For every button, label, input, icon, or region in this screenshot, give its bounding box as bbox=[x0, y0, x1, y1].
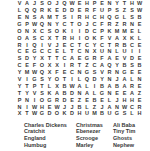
grid-cell-r15c12[interactable]: E bbox=[98, 97, 106, 104]
word-list-item: Tiny Tim bbox=[113, 128, 135, 135]
grid-cell-r6c5[interactable]: X bbox=[46, 35, 54, 42]
grid-cell-r14c2[interactable]: Y bbox=[23, 90, 31, 97]
grid-cell-r14c1[interactable]: T bbox=[16, 90, 24, 97]
grid-cell-r5c6[interactable]: O bbox=[53, 28, 61, 35]
grid-cell-r14c15[interactable]: E bbox=[121, 90, 129, 97]
grid-cell-r17c4[interactable]: G bbox=[38, 111, 46, 118]
grid-cell-r15c6[interactable]: R bbox=[53, 97, 61, 104]
grid-cell-r15c10[interactable]: E bbox=[83, 97, 91, 104]
word-list-item: Clerk bbox=[76, 149, 103, 150]
grid-cell-r6c15[interactable]: X bbox=[121, 35, 129, 42]
grid-cell-r5c4[interactable]: C bbox=[38, 28, 46, 35]
grid-cell-r14c10[interactable]: A bbox=[83, 90, 91, 97]
grid-cell-r14c5[interactable]: K bbox=[46, 90, 54, 97]
grid-cell-r15c3[interactable]: I bbox=[31, 97, 39, 104]
grid-cell-r6c12[interactable]: F bbox=[98, 35, 106, 42]
grid-cell-r6c4[interactable]: C bbox=[38, 35, 46, 42]
grid-cell-r15c13[interactable]: L bbox=[106, 97, 114, 104]
grid-cell-r6c6[interactable]: T bbox=[53, 35, 61, 42]
grid-cell-r6c1[interactable]: O bbox=[16, 35, 24, 42]
grid-cell-r14c12[interactable]: G bbox=[98, 90, 106, 97]
grid-cell-r6c10[interactable]: O bbox=[83, 35, 91, 42]
grid-cell-r17c10[interactable]: U bbox=[83, 111, 91, 118]
grid-cell-r17c15[interactable]: S bbox=[121, 111, 129, 118]
word-search-grid: VAJSOJQWEHPENYTHWLQQRKEDDERFUPSZSWENSAMT… bbox=[16, 1, 144, 118]
grid-cell-r5c11[interactable]: C bbox=[91, 28, 99, 35]
word-list-item: Nephew bbox=[113, 142, 135, 149]
word-list-item: Fred bbox=[113, 149, 135, 150]
word-list-item: Ebenezer bbox=[76, 128, 103, 135]
grid-cell-r5c2[interactable]: N bbox=[23, 28, 31, 35]
grid-cell-r5c5[interactable]: S bbox=[46, 28, 54, 35]
grid-cell-r5c10[interactable]: D bbox=[83, 28, 91, 35]
grid-cell-r14c14[interactable]: E bbox=[113, 90, 121, 97]
word-list-item: England bbox=[24, 135, 67, 142]
grid-cell-r14c9[interactable]: N bbox=[76, 90, 84, 97]
grid-cell-r6c16[interactable]: K bbox=[128, 35, 136, 42]
grid-cell-r6c17[interactable]: L bbox=[136, 35, 144, 42]
grid-cell-r14c16[interactable]: A bbox=[128, 90, 136, 97]
grid-cell-r5c17[interactable]: L bbox=[136, 28, 144, 35]
grid-cell-r17c8[interactable]: D bbox=[68, 111, 76, 118]
grid-cell-r14c17[interactable]: Z bbox=[136, 90, 144, 97]
grid-cell-r15c5[interactable]: G bbox=[46, 97, 54, 104]
grid-cell-r5c9[interactable]: I bbox=[76, 28, 84, 35]
grid-cell-r5c3[interactable]: X bbox=[31, 28, 39, 35]
word-list-item: Christmas bbox=[76, 122, 103, 129]
grid-cell-r14c3[interactable]: V bbox=[31, 90, 39, 97]
grid-cell-r15c8[interactable]: E bbox=[68, 97, 76, 104]
grid-cell-r6c14[interactable]: A bbox=[113, 35, 121, 42]
grid-cell-r14c7[interactable]: B bbox=[61, 90, 69, 97]
grid-cell-r17c13[interactable]: U bbox=[106, 111, 114, 118]
grid-cell-r15c4[interactable]: O bbox=[38, 97, 46, 104]
word-search-page: { "game": "word-search", "theme": "A Chr… bbox=[0, 0, 150, 150]
grid-cell-r5c14[interactable]: M bbox=[113, 28, 121, 35]
word-list-item: Marley bbox=[76, 142, 103, 149]
grid-cell-r5c8[interactable]: I bbox=[68, 28, 76, 35]
grid-cell-r14c11[interactable]: L bbox=[91, 90, 99, 97]
grid-cell-r15c15[interactable]: H bbox=[121, 97, 129, 104]
grid-cell-r6c13[interactable]: V bbox=[106, 35, 114, 42]
grid-cell-r17c11[interactable]: M bbox=[91, 111, 99, 118]
grid-cell-r17c14[interactable]: G bbox=[113, 111, 121, 118]
grid-cell-r17c16[interactable]: L bbox=[128, 111, 136, 118]
grid-cell-r17c5[interactable]: D bbox=[46, 111, 54, 118]
grid-cell-r15c2[interactable]: N bbox=[23, 97, 31, 104]
word-list-column-3: Ali BabaTiny TimGhostsNephewFred bbox=[113, 122, 135, 151]
grid-cell-r15c7[interactable]: D bbox=[61, 97, 69, 104]
grid-cell-r15c11[interactable]: B bbox=[91, 97, 99, 104]
grid-cell-r17c12[interactable]: B bbox=[98, 111, 106, 118]
word-list-item: Scrooge bbox=[76, 135, 103, 142]
grid-cell-r15c9[interactable]: Z bbox=[76, 97, 84, 104]
grid-cell-r5c16[interactable]: E bbox=[128, 28, 136, 35]
grid-cell-r17c7[interactable]: K bbox=[61, 111, 69, 118]
grid-cell-r14c4[interactable]: S bbox=[38, 90, 46, 97]
word-list-column-2: ChristmasEbenezerScroogeMarleyClerk bbox=[76, 122, 103, 151]
grid-cell-r15c16[interactable]: H bbox=[128, 97, 136, 104]
word-list-item: Charles Dickens bbox=[24, 122, 67, 129]
grid-cell-r5c12[interactable]: P bbox=[98, 28, 106, 35]
grid-cell-r17c2[interactable]: T bbox=[23, 111, 31, 118]
word-list-item: Ali Baba bbox=[113, 122, 135, 129]
word-list-item: Ghosts bbox=[113, 135, 135, 142]
grid-cell-r6c7[interactable]: R bbox=[61, 35, 69, 42]
grid-cell-r6c11[interactable]: K bbox=[91, 35, 99, 42]
grid-cell-r17c17[interactable]: H bbox=[136, 111, 144, 118]
word-list-item: Cratchit bbox=[24, 128, 67, 135]
grid-cell-r17c3[interactable]: W bbox=[31, 111, 39, 118]
grid-cell-r17c1[interactable]: X bbox=[16, 111, 24, 118]
grid-cell-r17c9[interactable]: H bbox=[76, 111, 84, 118]
grid-cell-r6c8[interactable]: H bbox=[68, 35, 76, 42]
grid-cell-r15c14[interactable]: J bbox=[113, 97, 121, 104]
grid-cell-r5c7[interactable]: K bbox=[61, 28, 69, 35]
grid-cell-r14c8[interactable]: D bbox=[68, 90, 76, 97]
word-list-column-1: Charles DickensCratchitEnglandHumbugBell… bbox=[24, 122, 67, 151]
grid-cell-r15c1[interactable]: P bbox=[16, 97, 24, 104]
grid-cell-r15c17[interactable]: E bbox=[136, 97, 144, 104]
word-list-item: Humbug bbox=[24, 142, 67, 149]
word-list-item: Belle bbox=[24, 149, 67, 150]
grid-cell-r5c1[interactable]: O bbox=[16, 28, 24, 35]
grid-cell-r14c6[interactable]: A bbox=[53, 90, 61, 97]
grid-cell-r5c15[interactable]: M bbox=[121, 28, 129, 35]
grid-cell-r17c6[interactable]: O bbox=[53, 111, 61, 118]
grid-cell-r14c13[interactable]: N bbox=[106, 90, 114, 97]
grid-cell-r6c2[interactable]: A bbox=[23, 35, 31, 42]
grid-cell-r5c13[interactable]: K bbox=[106, 28, 114, 35]
grid-cell-r6c9[interactable]: I bbox=[76, 35, 84, 42]
grid-cell-r6c3[interactable]: S bbox=[31, 35, 39, 42]
